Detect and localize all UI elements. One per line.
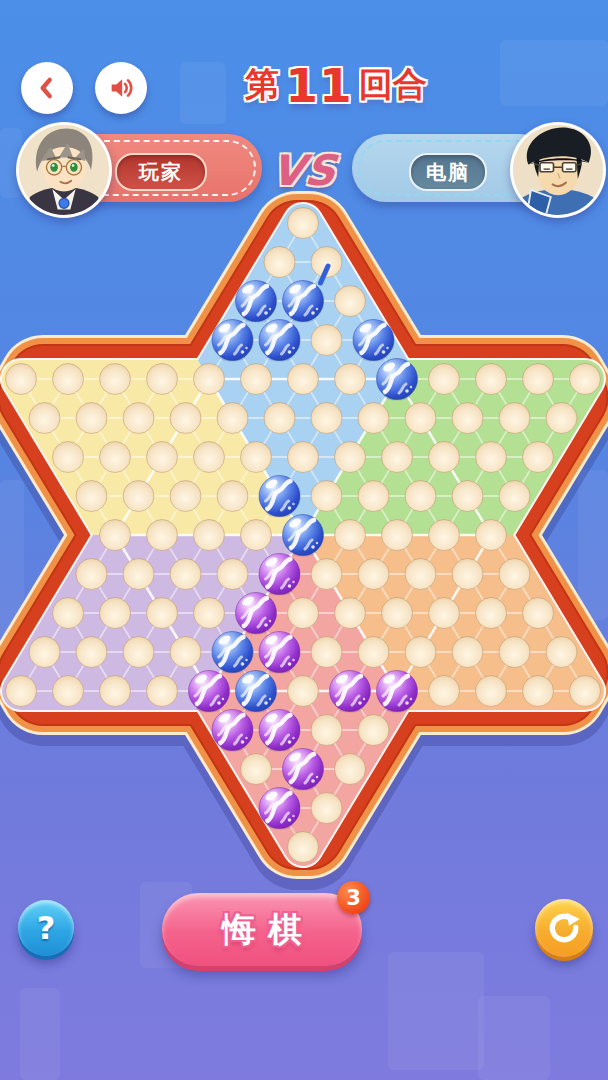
- board-hole[interactable]: [405, 559, 436, 590]
- board-hole[interactable]: [523, 676, 554, 707]
- board-hole[interactable]: [452, 637, 483, 668]
- board-hole[interactable]: [6, 676, 37, 707]
- board-hole[interactable]: [335, 442, 366, 473]
- board-hole[interactable]: [123, 637, 154, 668]
- board-hole[interactable]: [264, 247, 295, 278]
- board-hole[interactable]: [241, 520, 272, 551]
- board-hole[interactable]: [311, 559, 342, 590]
- board-hole[interactable]: [6, 364, 37, 395]
- marble-blue[interactable]: [259, 320, 300, 362]
- board-hole[interactable]: [194, 520, 225, 551]
- board-hole[interactable]: [288, 598, 319, 629]
- game-screen: 第11回合 玩家 电脑: [0, 0, 608, 1080]
- board-hole[interactable]: [311, 481, 342, 512]
- board-hole[interactable]: [241, 442, 272, 473]
- undo-label: 悔棋: [210, 907, 314, 953]
- board-hole[interactable]: [100, 442, 131, 473]
- board-hole[interactable]: [170, 637, 201, 668]
- board-hole[interactable]: [382, 520, 413, 551]
- marble-purple[interactable]: [259, 710, 300, 752]
- board-hole[interactable]: [429, 598, 460, 629]
- refresh-icon: [546, 910, 582, 946]
- board-hole[interactable]: [429, 364, 460, 395]
- board-hole[interactable]: [288, 208, 319, 239]
- board-hole[interactable]: [147, 520, 178, 551]
- marble-purple[interactable]: [259, 632, 300, 674]
- board-hole[interactable]: [194, 598, 225, 629]
- round-suffix: 回合: [359, 64, 427, 104]
- board-hole[interactable]: [499, 481, 530, 512]
- board-hole[interactable]: [382, 442, 413, 473]
- undo-badge: 3: [337, 881, 370, 914]
- board-hole[interactable]: [123, 481, 154, 512]
- board-hole[interactable]: [311, 715, 342, 746]
- board-hole[interactable]: [194, 364, 225, 395]
- board-hole[interactable]: [358, 559, 389, 590]
- board-hole[interactable]: [476, 598, 507, 629]
- board-hole[interactable]: [335, 598, 366, 629]
- board-hole[interactable]: [429, 676, 460, 707]
- decor-rect: [478, 996, 550, 1080]
- undo-badge-count: 3: [346, 886, 361, 910]
- board-hole[interactable]: [570, 676, 601, 707]
- board-hole[interactable]: [123, 403, 154, 434]
- board-hole[interactable]: [170, 559, 201, 590]
- board-hole[interactable]: [311, 325, 342, 356]
- board-hole[interactable]: [100, 676, 131, 707]
- board-hole[interactable]: [311, 637, 342, 668]
- board-hole[interactable]: [288, 364, 319, 395]
- board-hole[interactable]: [358, 715, 389, 746]
- board-hole[interactable]: [217, 481, 248, 512]
- board-hole[interactable]: [53, 676, 84, 707]
- board-hole[interactable]: [217, 559, 248, 590]
- board-hole[interactable]: [29, 637, 60, 668]
- help-button[interactable]: ?: [18, 900, 74, 956]
- board-hole[interactable]: [53, 598, 84, 629]
- board-hole[interactable]: [335, 520, 366, 551]
- board-hole[interactable]: [147, 442, 178, 473]
- marble-purple[interactable]: [283, 749, 324, 791]
- board-hole[interactable]: [405, 403, 436, 434]
- board-hole[interactable]: [546, 637, 577, 668]
- round-number: 11: [285, 58, 352, 113]
- marble-purple[interactable]: [212, 710, 253, 752]
- board-hole[interactable]: [499, 559, 530, 590]
- marble-blue[interactable]: [236, 281, 277, 323]
- board-hole[interactable]: [100, 520, 131, 551]
- marble-blue[interactable]: [259, 476, 300, 518]
- board-hole[interactable]: [499, 403, 530, 434]
- board-hole[interactable]: [405, 637, 436, 668]
- marble-purple[interactable]: [330, 671, 371, 713]
- board-hole[interactable]: [217, 403, 248, 434]
- board[interactable]: [0, 160, 608, 890]
- round-title: 第11回合: [0, 58, 608, 113]
- board-hole[interactable]: [76, 403, 107, 434]
- board-hole[interactable]: [170, 403, 201, 434]
- marble-blue[interactable]: [283, 281, 324, 323]
- board-hole[interactable]: [123, 559, 154, 590]
- marble-blue[interactable]: [236, 671, 277, 713]
- board-hole[interactable]: [170, 481, 201, 512]
- marble-blue[interactable]: [283, 515, 324, 557]
- help-label: ?: [37, 909, 56, 947]
- board-hole[interactable]: [499, 637, 530, 668]
- board-hole[interactable]: [476, 520, 507, 551]
- board-hole[interactable]: [311, 793, 342, 824]
- marble-blue[interactable]: [212, 320, 253, 362]
- board-hole[interactable]: [288, 676, 319, 707]
- board-hole[interactable]: [241, 364, 272, 395]
- board-hole[interactable]: [358, 481, 389, 512]
- board-hole[interactable]: [194, 442, 225, 473]
- board-hole[interactable]: [147, 598, 178, 629]
- round-prefix: 第: [245, 64, 279, 104]
- board-hole[interactable]: [264, 403, 295, 434]
- board-hole[interactable]: [523, 364, 554, 395]
- board-hole[interactable]: [335, 286, 366, 317]
- board-hole[interactable]: [76, 637, 107, 668]
- board-hole[interactable]: [546, 403, 577, 434]
- marble-blue[interactable]: [353, 320, 394, 362]
- board-hole[interactable]: [452, 403, 483, 434]
- board-hole[interactable]: [76, 559, 107, 590]
- decor-rect: [20, 988, 60, 1080]
- restart-button[interactable]: [535, 899, 593, 957]
- marble-purple[interactable]: [259, 554, 300, 596]
- board-hole[interactable]: [147, 364, 178, 395]
- board-hole[interactable]: [523, 598, 554, 629]
- board-hole[interactable]: [429, 442, 460, 473]
- board-hole[interactable]: [100, 598, 131, 629]
- board-hole[interactable]: [476, 442, 507, 473]
- undo-button[interactable]: 悔棋 3: [162, 893, 362, 966]
- marble-purple[interactable]: [236, 593, 277, 635]
- board-hole[interactable]: [29, 403, 60, 434]
- marble-blue[interactable]: [377, 359, 418, 401]
- board-hole[interactable]: [382, 598, 413, 629]
- board-hole[interactable]: [405, 481, 436, 512]
- board-hole[interactable]: [452, 559, 483, 590]
- board-hole[interactable]: [288, 442, 319, 473]
- board-hole[interactable]: [452, 481, 483, 512]
- board-hole[interactable]: [358, 403, 389, 434]
- marble-purple[interactable]: [189, 671, 230, 713]
- marble-purple[interactable]: [259, 788, 300, 830]
- board-hole[interactable]: [570, 364, 601, 395]
- marble-purple[interactable]: [377, 671, 418, 713]
- board-hole[interactable]: [288, 832, 319, 863]
- board-hole[interactable]: [335, 364, 366, 395]
- decor-rect: [388, 952, 484, 1070]
- board-hole[interactable]: [358, 637, 389, 668]
- board-hole[interactable]: [429, 520, 460, 551]
- board-hole[interactable]: [76, 481, 107, 512]
- board-hole[interactable]: [311, 403, 342, 434]
- board-hole[interactable]: [241, 754, 272, 785]
- board-hole[interactable]: [53, 364, 84, 395]
- board-hole[interactable]: [53, 442, 84, 473]
- marble-blue[interactable]: [212, 632, 253, 674]
- board-hole[interactable]: [476, 676, 507, 707]
- board-hole[interactable]: [335, 754, 366, 785]
- board-hole[interactable]: [100, 364, 131, 395]
- board-hole[interactable]: [147, 676, 178, 707]
- board-hole[interactable]: [523, 442, 554, 473]
- board-hole[interactable]: [476, 364, 507, 395]
